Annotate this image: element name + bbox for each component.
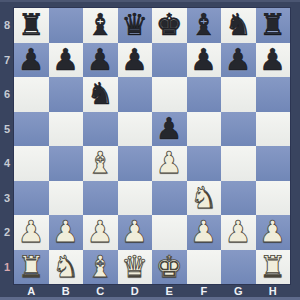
white-rook-a1: ♜ [14, 250, 49, 285]
white-pawn-d2: ♟ [118, 215, 153, 250]
file-label-g: G [221, 284, 256, 297]
rank-label-8: 8 [0, 8, 14, 43]
square-d1[interactable]: ♛ [118, 250, 153, 285]
square-a5[interactable] [14, 112, 49, 147]
square-c8[interactable]: ♝ [83, 8, 118, 43]
black-king-e8: ♚ [152, 8, 187, 43]
square-e5[interactable]: ♟ [152, 112, 187, 147]
square-h6[interactable] [256, 77, 291, 112]
black-pawn-a7: ♟ [14, 43, 49, 78]
black-knight-g8: ♞ [221, 8, 256, 43]
black-knight-c6: ♞ [83, 77, 118, 112]
rank-label-3: 3 [0, 181, 14, 216]
square-a1[interactable]: ♜ [14, 250, 49, 285]
file-label-e: E [152, 284, 187, 297]
square-d3[interactable] [118, 181, 153, 216]
square-h4[interactable] [256, 146, 291, 181]
square-h3[interactable] [256, 181, 291, 216]
black-queen-d8: ♛ [118, 8, 153, 43]
file-labels: ABCDEFGH [14, 284, 290, 297]
black-pawn-h7: ♟ [256, 43, 291, 78]
square-d7[interactable]: ♟ [118, 43, 153, 78]
square-f3[interactable]: ♞ [187, 181, 222, 216]
square-c3[interactable] [83, 181, 118, 216]
square-g7[interactable]: ♟ [221, 43, 256, 78]
white-pawn-b2: ♟ [49, 215, 84, 250]
square-a2[interactable]: ♟ [14, 215, 49, 250]
square-f1[interactable] [187, 250, 222, 285]
square-f6[interactable] [187, 77, 222, 112]
square-e4[interactable]: ♟ [152, 146, 187, 181]
white-queen-d1: ♛ [118, 250, 153, 285]
white-pawn-h2: ♟ [256, 215, 291, 250]
square-f5[interactable] [187, 112, 222, 147]
square-c1[interactable]: ♝ [83, 250, 118, 285]
square-g2[interactable]: ♟ [221, 215, 256, 250]
white-rook-h1: ♜ [256, 250, 291, 285]
black-bishop-f8: ♝ [187, 8, 222, 43]
square-g3[interactable] [221, 181, 256, 216]
rank-label-6: 6 [0, 77, 14, 112]
black-rook-h8: ♜ [256, 8, 291, 43]
square-g1[interactable] [221, 250, 256, 285]
square-f7[interactable]: ♟ [187, 43, 222, 78]
square-a7[interactable]: ♟ [14, 43, 49, 78]
square-b5[interactable] [49, 112, 84, 147]
square-b2[interactable]: ♟ [49, 215, 84, 250]
square-c5[interactable] [83, 112, 118, 147]
file-label-f: F [187, 284, 222, 297]
white-pawn-a2: ♟ [14, 215, 49, 250]
square-g5[interactable] [221, 112, 256, 147]
square-h8[interactable]: ♜ [256, 8, 291, 43]
white-knight-b1: ♞ [49, 250, 84, 285]
black-pawn-e5: ♟ [152, 112, 187, 147]
rank-labels: 87654321 [0, 8, 14, 284]
black-pawn-d7: ♟ [118, 43, 153, 78]
black-pawn-b7: ♟ [49, 43, 84, 78]
white-pawn-f2: ♟ [187, 215, 222, 250]
white-bishop-c1: ♝ [83, 250, 118, 285]
square-e3[interactable] [152, 181, 187, 216]
square-f8[interactable]: ♝ [187, 8, 222, 43]
square-d6[interactable] [118, 77, 153, 112]
rank-label-1: 1 [0, 250, 14, 285]
square-d5[interactable] [118, 112, 153, 147]
square-b4[interactable] [49, 146, 84, 181]
white-knight-f3: ♞ [187, 181, 222, 216]
square-b6[interactable] [49, 77, 84, 112]
rank-label-7: 7 [0, 43, 14, 78]
file-label-c: C [83, 284, 118, 297]
square-d2[interactable]: ♟ [118, 215, 153, 250]
white-pawn-e4: ♟ [152, 146, 187, 181]
file-label-a: A [14, 284, 49, 297]
square-h7[interactable]: ♟ [256, 43, 291, 78]
square-a4[interactable] [14, 146, 49, 181]
black-bishop-c8: ♝ [83, 8, 118, 43]
square-h2[interactable]: ♟ [256, 215, 291, 250]
chess-board: ♜♝♛♚♝♞♜♟♟♟♟♟♟♟♞♟♝♟♞♟♟♟♟♟♟♟♜♞♝♛♚♜ [14, 8, 290, 284]
square-e7[interactable] [152, 43, 187, 78]
black-pawn-c7: ♟ [83, 43, 118, 78]
square-g4[interactable] [221, 146, 256, 181]
rank-label-4: 4 [0, 146, 14, 181]
square-b8[interactable] [49, 8, 84, 43]
square-c7[interactable]: ♟ [83, 43, 118, 78]
black-pawn-f7: ♟ [187, 43, 222, 78]
square-d4[interactable] [118, 146, 153, 181]
square-h1[interactable]: ♜ [256, 250, 291, 285]
square-a6[interactable] [14, 77, 49, 112]
square-e2[interactable] [152, 215, 187, 250]
white-pawn-c2: ♟ [83, 215, 118, 250]
square-b1[interactable]: ♞ [49, 250, 84, 285]
square-e8[interactable]: ♚ [152, 8, 187, 43]
white-king-e1: ♚ [152, 250, 187, 285]
rank-label-5: 5 [0, 112, 14, 147]
square-g8[interactable]: ♞ [221, 8, 256, 43]
square-f2[interactable]: ♟ [187, 215, 222, 250]
black-rook-a8: ♜ [14, 8, 49, 43]
square-g6[interactable] [221, 77, 256, 112]
square-d8[interactable]: ♛ [118, 8, 153, 43]
square-a8[interactable]: ♜ [14, 8, 49, 43]
square-c4[interactable]: ♝ [83, 146, 118, 181]
square-e1[interactable]: ♚ [152, 250, 187, 285]
rank-label-2: 2 [0, 215, 14, 250]
file-label-b: B [49, 284, 84, 297]
square-h5[interactable] [256, 112, 291, 147]
white-bishop-c4: ♝ [83, 146, 118, 181]
square-a3[interactable] [14, 181, 49, 216]
file-label-d: D [118, 284, 153, 297]
square-c6[interactable]: ♞ [83, 77, 118, 112]
file-label-h: H [256, 284, 291, 297]
square-c2[interactable]: ♟ [83, 215, 118, 250]
square-b7[interactable]: ♟ [49, 43, 84, 78]
chess-board-frame: 87654321 ♜♝♛♚♝♞♜♟♟♟♟♟♟♟♞♟♝♟♞♟♟♟♟♟♟♟♜♞♝♛♚… [0, 0, 300, 300]
white-pawn-g2: ♟ [221, 215, 256, 250]
square-f4[interactable] [187, 146, 222, 181]
square-b3[interactable] [49, 181, 84, 216]
black-pawn-g7: ♟ [221, 43, 256, 78]
square-e6[interactable] [152, 77, 187, 112]
